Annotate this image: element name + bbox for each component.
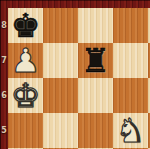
black-rook[interactable]: ♜: [78, 43, 113, 78]
rank-label-6: 6: [0, 78, 8, 113]
square-b4[interactable]: [43, 148, 78, 149]
square-d7[interactable]: [113, 43, 148, 78]
square-c8[interactable]: [78, 8, 113, 43]
square-e6[interactable]: [148, 78, 150, 113]
square-b5[interactable]: [43, 113, 78, 148]
square-c6[interactable]: [78, 78, 113, 113]
white-king[interactable]: ♚: [8, 78, 43, 113]
rank-label-5: 5: [0, 113, 8, 148]
square-e5[interactable]: [148, 113, 150, 148]
square-d4[interactable]: [113, 148, 148, 149]
chess-board: 8765 ♚♟♜♚♞: [0, 0, 150, 149]
square-e4[interactable]: [148, 148, 150, 149]
rank-label-7: 7: [0, 43, 8, 78]
square-a5[interactable]: [8, 113, 43, 148]
square-c5[interactable]: [78, 113, 113, 148]
square-d6[interactable]: [113, 78, 148, 113]
square-b6[interactable]: [43, 78, 78, 113]
square-e8[interactable]: [148, 8, 150, 43]
rank-label-8: 8: [0, 8, 8, 43]
square-d5[interactable]: ♞: [113, 113, 148, 148]
square-a6[interactable]: ♚: [8, 78, 43, 113]
square-c4[interactable]: [78, 148, 113, 149]
square-a7[interactable]: ♟: [8, 43, 43, 78]
square-a4[interactable]: [8, 148, 43, 149]
board-grid: ♚♟♜♚♞: [8, 8, 150, 149]
black-king[interactable]: ♚: [8, 8, 43, 43]
white-knight[interactable]: ♞: [113, 113, 148, 148]
white-pawn[interactable]: ♟: [8, 43, 43, 78]
square-e7[interactable]: [148, 43, 150, 78]
board-frame-left: 8765: [0, 8, 8, 149]
square-c7[interactable]: ♜: [78, 43, 113, 78]
square-d8[interactable]: [113, 8, 148, 43]
square-a8[interactable]: ♚: [8, 8, 43, 43]
square-b8[interactable]: [43, 8, 78, 43]
square-b7[interactable]: [43, 43, 78, 78]
